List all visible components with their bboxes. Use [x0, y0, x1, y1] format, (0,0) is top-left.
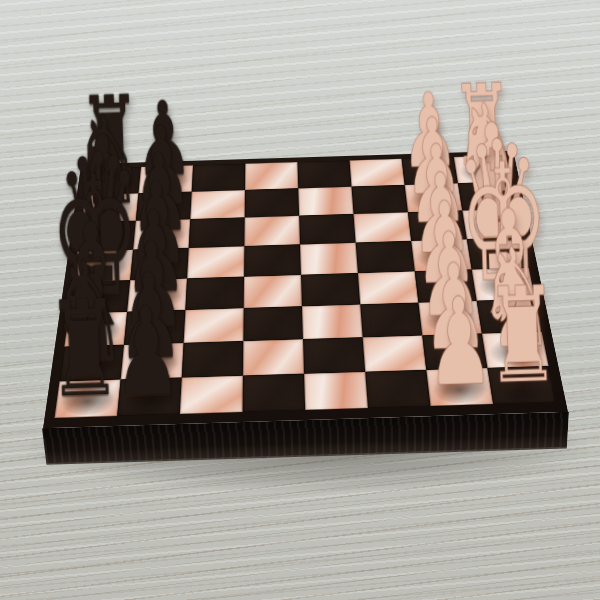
square-f8[interactable] [350, 159, 405, 187]
square-e5[interactable] [300, 243, 358, 275]
square-a1[interactable]: ♜ [55, 379, 121, 417]
square-d6[interactable] [244, 216, 300, 246]
square-e2[interactable] [303, 337, 365, 373]
square-d7[interactable] [245, 188, 299, 217]
board-base-front-face [42, 412, 569, 465]
piece-dark-rook[interactable]: ♜ [0, 281, 180, 419]
square-e8[interactable] [297, 160, 351, 188]
square-d5[interactable] [244, 245, 301, 277]
chess-board[interactable]: ♜♟♟♜♞♟♟♞♝♟♟♝♛♟♟♛♚♟♟♚♝♟♟♝♞♟♟♞♜♟♟♜ [43, 151, 568, 429]
square-e6[interactable] [299, 214, 356, 244]
square-c8[interactable] [192, 164, 246, 192]
square-d1[interactable] [243, 374, 306, 412]
scene: ♜♟♟♜♞♟♟♞♝♟♟♝♛♟♟♛♚♟♟♚♝♟♟♝♞♟♟♞♜♟♟♜ [0, 0, 600, 600]
board-3d-scene: ♜♟♟♜♞♟♟♞♝♟♟♝♛♟♟♛♚♟♟♚♝♟♟♝♞♟♟♞♜♟♟♜ [57, 32, 546, 521]
square-d2[interactable] [243, 339, 304, 376]
piece-pink-rook[interactable]: ♜ [426, 267, 600, 405]
square-h1[interactable]: ♜ [487, 366, 555, 404]
square-e1[interactable] [304, 372, 368, 410]
square-e4[interactable] [301, 273, 360, 306]
square-d3[interactable] [243, 306, 303, 341]
square-e7[interactable] [298, 187, 353, 216]
square-d8[interactable] [245, 162, 298, 190]
square-e3[interactable] [302, 304, 363, 339]
square-d4[interactable] [244, 275, 302, 308]
